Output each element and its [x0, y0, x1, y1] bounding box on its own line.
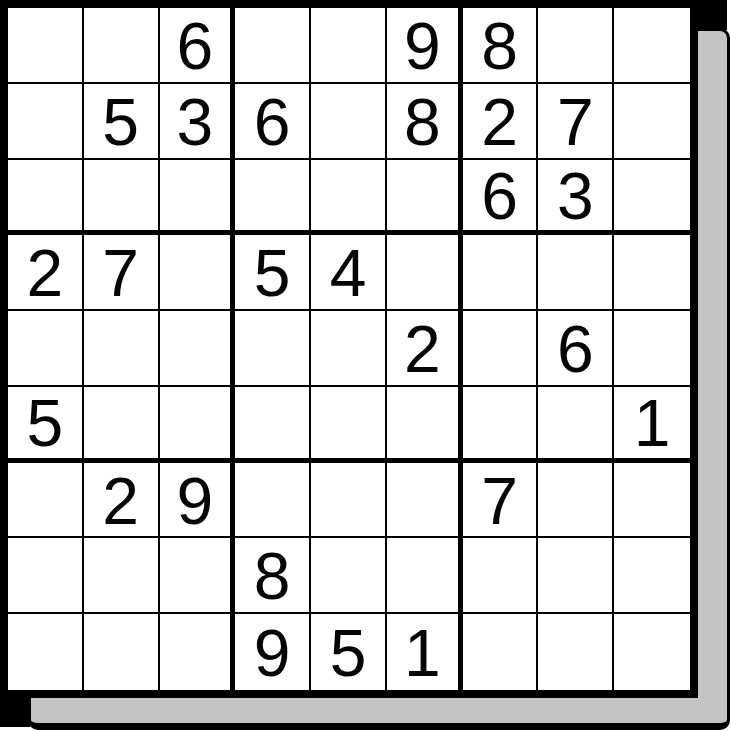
cell-r1c3[interactable]: 6	[160, 8, 236, 84]
cell-r2c3[interactable]: 3	[160, 84, 236, 160]
cell-r3c3[interactable]	[160, 160, 236, 236]
cell-r2c8[interactable]: 7	[538, 84, 614, 160]
cell-r3c5[interactable]	[311, 160, 387, 236]
sudoku-board: 69853682763275426512978951	[0, 0, 698, 698]
cell-r9c3[interactable]	[160, 614, 236, 690]
cell-r5c7[interactable]	[463, 311, 539, 387]
cell-r6c6[interactable]	[387, 387, 463, 463]
cell-r8c1[interactable]	[8, 538, 84, 614]
cell-r7c1[interactable]	[8, 463, 84, 539]
cell-r6c1[interactable]: 5	[8, 387, 84, 463]
sudoku-puzzle: 69853682763275426512978951	[0, 0, 730, 730]
cell-r6c3[interactable]	[160, 387, 236, 463]
cell-r3c7[interactable]: 6	[463, 160, 539, 236]
cell-r7c6[interactable]	[387, 463, 463, 539]
cell-r4c2[interactable]: 7	[84, 235, 160, 311]
cell-r3c4[interactable]	[235, 160, 311, 236]
cell-r5c4[interactable]	[235, 311, 311, 387]
cell-r6c7[interactable]	[463, 387, 539, 463]
cell-r4c9[interactable]	[614, 235, 690, 311]
cell-r2c5[interactable]	[311, 84, 387, 160]
cell-r7c8[interactable]	[538, 463, 614, 539]
cell-r4c7[interactable]	[463, 235, 539, 311]
cell-r8c8[interactable]	[538, 538, 614, 614]
cell-r6c9[interactable]: 1	[614, 387, 690, 463]
cell-r9c7[interactable]	[463, 614, 539, 690]
cell-r4c6[interactable]	[387, 235, 463, 311]
cell-r8c9[interactable]	[614, 538, 690, 614]
cell-r7c3[interactable]: 9	[160, 463, 236, 539]
cell-r5c6[interactable]: 2	[387, 311, 463, 387]
cell-r6c2[interactable]	[84, 387, 160, 463]
cell-r7c5[interactable]	[311, 463, 387, 539]
cell-r2c2[interactable]: 5	[84, 84, 160, 160]
cell-r7c2[interactable]: 2	[84, 463, 160, 539]
cell-r6c8[interactable]	[538, 387, 614, 463]
cell-r9c2[interactable]	[84, 614, 160, 690]
cell-r3c2[interactable]	[84, 160, 160, 236]
cell-r5c8[interactable]: 6	[538, 311, 614, 387]
cell-r2c4[interactable]: 6	[235, 84, 311, 160]
cell-r8c4[interactable]: 8	[235, 538, 311, 614]
cell-r5c1[interactable]	[8, 311, 84, 387]
cell-r5c5[interactable]	[311, 311, 387, 387]
cell-r9c9[interactable]	[614, 614, 690, 690]
cell-r4c1[interactable]: 2	[8, 235, 84, 311]
cell-r7c9[interactable]	[614, 463, 690, 539]
cell-r4c4[interactable]: 5	[235, 235, 311, 311]
cell-r5c9[interactable]	[614, 311, 690, 387]
cell-r9c4[interactable]: 9	[235, 614, 311, 690]
cell-r3c9[interactable]	[614, 160, 690, 236]
cell-r7c7[interactable]: 7	[463, 463, 539, 539]
cell-r1c6[interactable]: 9	[387, 8, 463, 84]
cell-r1c5[interactable]	[311, 8, 387, 84]
cell-r4c5[interactable]: 4	[311, 235, 387, 311]
cell-r1c9[interactable]	[614, 8, 690, 84]
cell-r2c6[interactable]: 8	[387, 84, 463, 160]
cell-r4c3[interactable]	[160, 235, 236, 311]
cell-r3c1[interactable]	[8, 160, 84, 236]
cell-r6c4[interactable]	[235, 387, 311, 463]
cell-r8c3[interactable]	[160, 538, 236, 614]
cell-r2c1[interactable]	[8, 84, 84, 160]
cell-r5c2[interactable]	[84, 311, 160, 387]
cell-r9c6[interactable]: 1	[387, 614, 463, 690]
cell-r1c7[interactable]: 8	[463, 8, 539, 84]
cell-r9c1[interactable]	[8, 614, 84, 690]
cell-r1c2[interactable]	[84, 8, 160, 84]
cell-r5c3[interactable]	[160, 311, 236, 387]
cell-r8c5[interactable]	[311, 538, 387, 614]
cell-r2c9[interactable]	[614, 84, 690, 160]
cell-r8c2[interactable]	[84, 538, 160, 614]
cell-r4c8[interactable]	[538, 235, 614, 311]
cell-r6c5[interactable]	[311, 387, 387, 463]
cell-r9c5[interactable]: 5	[311, 614, 387, 690]
cell-r1c8[interactable]	[538, 8, 614, 84]
cell-r9c8[interactable]	[538, 614, 614, 690]
cell-r2c7[interactable]: 2	[463, 84, 539, 160]
cell-r3c6[interactable]	[387, 160, 463, 236]
cell-r1c1[interactable]	[8, 8, 84, 84]
cell-r8c6[interactable]	[387, 538, 463, 614]
cell-r3c8[interactable]: 3	[538, 160, 614, 236]
cell-r7c4[interactable]	[235, 463, 311, 539]
cell-r1c4[interactable]	[235, 8, 311, 84]
cell-r8c7[interactable]	[463, 538, 539, 614]
